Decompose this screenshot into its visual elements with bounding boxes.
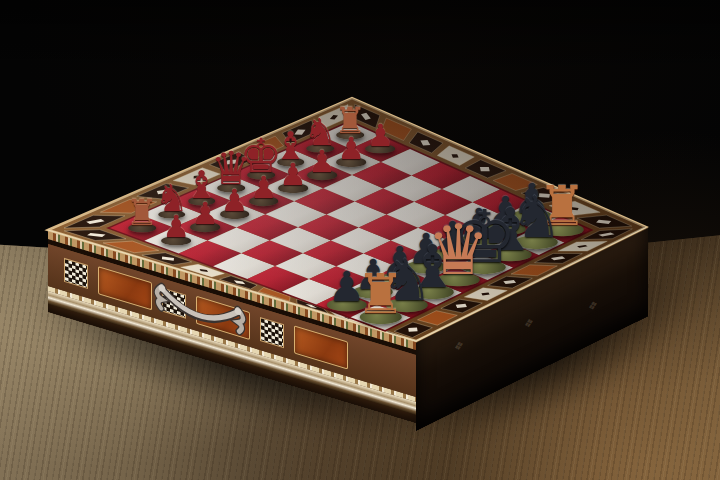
- chess-piece[interactable]: ♟: [221, 186, 248, 217]
- chess-piece[interactable]: ♟: [250, 173, 277, 204]
- chess-piece[interactable]: ♟: [162, 212, 189, 243]
- chess-piece[interactable]: ♟: [367, 121, 394, 152]
- chess-piece[interactable]: ♟: [308, 147, 335, 178]
- chess-piece[interactable]: ♟: [192, 199, 219, 230]
- board-top: [0, 0, 720, 480]
- chess-piece[interactable]: ♟: [338, 134, 365, 165]
- chess-piece[interactable]: ♜: [126, 195, 158, 231]
- scene: ❖ ❖ ❖ ♜♞♝♛♚♝♞♜♟♟♟♟♟♟♟♟♟♟♟♟♟♟♟♟♜♞♝♛♚♝♞♜: [0, 0, 720, 480]
- chess-piece[interactable]: ♜: [356, 267, 405, 322]
- chess-piece[interactable]: ♟: [279, 160, 306, 191]
